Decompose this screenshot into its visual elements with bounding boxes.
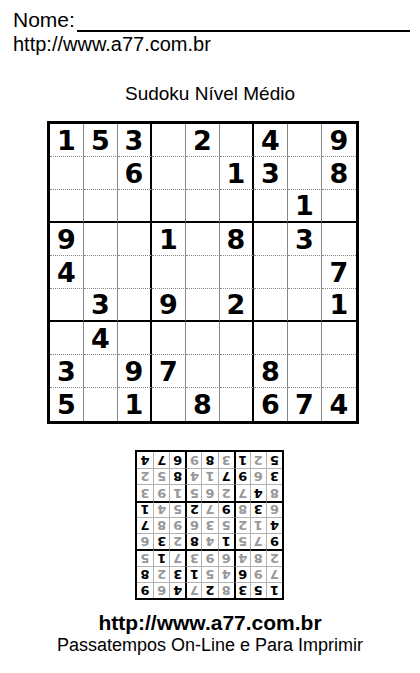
puzzle-cell-r2c3: 6 (118, 157, 152, 190)
puzzle-cell-r7c7 (254, 322, 288, 355)
solution-cell-r4c6: 8 (185, 533, 201, 549)
solution-cell-r8c8: 5 (153, 468, 169, 484)
puzzle-cell-r8c6 (220, 355, 254, 388)
solution-cell-r8c4: 7 (218, 468, 234, 484)
solution-cell-r9c7: 6 (169, 452, 185, 468)
solution-cell-r9c3: 1 (234, 452, 250, 468)
puzzle-cell-r2c9: 8 (322, 157, 356, 190)
solution-cell-r4c2: 7 (250, 533, 266, 549)
solution-cell-r7c1: 8 (266, 484, 282, 500)
solution-cell-r6c4: 9 (218, 501, 234, 517)
solution-cell-r9c1: 5 (266, 452, 282, 468)
solution-cell-r2c5: 5 (201, 566, 217, 582)
solution-cell-r4c5: 4 (201, 533, 217, 549)
puzzle-cell-r7c3 (118, 322, 152, 355)
puzzle-cell-r2c5 (186, 157, 220, 190)
puzzle-cell-r6c4: 9 (152, 289, 186, 322)
puzzle-cell-r6c5 (186, 289, 220, 322)
solution-cell-r3c6: 3 (185, 549, 201, 565)
solution-cell-r2c6: 1 (185, 566, 201, 582)
solution-cell-r2c1: 7 (266, 566, 282, 582)
solution-cell-r2c2: 9 (250, 566, 266, 582)
puzzle-cell-r9c8: 7 (288, 388, 322, 421)
solution-cell-r1c4: 8 (218, 582, 234, 598)
puzzle-cell-r2c7: 3 (254, 157, 288, 190)
solution-cell-r3c1: 2 (266, 549, 282, 565)
solution-cell-r8c1: 3 (266, 468, 282, 484)
puzzle-cell-r8c9 (322, 355, 356, 388)
puzzle-cell-r2c6: 1 (220, 157, 254, 190)
name-fill-line (77, 30, 410, 32)
puzzle-cell-r9c6 (220, 388, 254, 421)
puzzle-cell-r7c8 (288, 322, 322, 355)
puzzle-cell-r8c7: 8 (254, 355, 288, 388)
page-title: Sudoku Nível Médio (0, 83, 420, 105)
puzzle-cell-r7c6 (220, 322, 254, 355)
solution-cell-r3c8: 1 (153, 549, 169, 565)
solution-cell-r2c9: 8 (137, 566, 153, 582)
solution-cell-r1c9: 9 (137, 582, 153, 598)
puzzle-cell-r6c1 (50, 289, 84, 322)
solution-cell-r6c3: 8 (234, 501, 250, 517)
footer-tagline: Passatempos On-Line e Para Imprimir (0, 635, 420, 656)
puzzle-cell-r7c2: 4 (84, 322, 118, 355)
solution-cell-r1c1: 1 (266, 582, 282, 598)
puzzle-cell-r1c8 (288, 124, 322, 157)
solution-cell-r3c4: 6 (218, 549, 234, 565)
solution-cell-r9c5: 8 (201, 452, 217, 468)
solution-cell-r4c8: 3 (153, 533, 169, 549)
solution-cell-r8c7: 8 (169, 468, 185, 484)
puzzle-cell-r8c8 (288, 355, 322, 388)
solution-cell-r7c7: 1 (169, 484, 185, 500)
puzzle-cell-r1c1: 1 (50, 124, 84, 157)
puzzle-cell-r5c5 (186, 256, 220, 289)
solution-cell-r2c4: 4 (218, 566, 234, 582)
puzzle-cell-r4c8: 3 (288, 223, 322, 256)
puzzle-cell-r4c3 (118, 223, 152, 256)
puzzle-cell-r3c9 (322, 190, 356, 223)
puzzle-cell-r3c2 (84, 190, 118, 223)
solution-cell-r5c3: 2 (234, 517, 250, 533)
puzzle-cell-r1c5: 2 (186, 124, 220, 157)
sudoku-puzzle-grid: 15324961381918347392143978518674 (47, 121, 359, 424)
puzzle-cell-r7c1 (50, 322, 84, 355)
puzzle-cell-r3c3 (118, 190, 152, 223)
puzzle-cell-r5c2 (84, 256, 118, 289)
puzzle-cell-r6c9: 1 (322, 289, 356, 322)
puzzle-cell-r8c3: 9 (118, 355, 152, 388)
puzzle-cell-r6c6: 2 (220, 289, 254, 322)
solution-cell-r1c2: 5 (250, 582, 266, 598)
solution-cell-r5c1: 4 (266, 517, 282, 533)
solution-cell-r1c7: 4 (169, 582, 185, 598)
puzzle-cell-r1c6 (220, 124, 254, 157)
solution-cell-r6c7: 5 (169, 501, 185, 517)
solution-cell-r2c7: 3 (169, 566, 185, 582)
puzzle-cell-r4c4: 1 (152, 223, 186, 256)
solution-cell-r7c8: 9 (153, 484, 169, 500)
puzzle-cell-r9c4 (152, 388, 186, 421)
solution-cell-r9c2: 2 (250, 452, 266, 468)
solution-cell-r7c3: 7 (234, 484, 250, 500)
puzzle-cell-r9c3: 1 (118, 388, 152, 421)
solution-cell-r9c6: 9 (185, 452, 201, 468)
puzzle-cell-r5c6 (220, 256, 254, 289)
solution-cell-r5c2: 1 (250, 517, 266, 533)
puzzle-cell-r6c7 (254, 289, 288, 322)
puzzle-cell-r3c7 (254, 190, 288, 223)
footer-site-url: http://www.a77.com.br (0, 611, 420, 635)
solution-cell-r6c5: 7 (201, 501, 217, 517)
solution-cell-r6c6: 2 (185, 501, 201, 517)
puzzle-cell-r7c5 (186, 322, 220, 355)
solution-cell-r1c3: 3 (234, 582, 250, 598)
puzzle-cell-r3c4 (152, 190, 186, 223)
puzzle-cell-r3c1 (50, 190, 84, 223)
puzzle-cell-r4c5 (186, 223, 220, 256)
puzzle-cell-r2c4 (152, 157, 186, 190)
solution-cell-r5c9: 7 (137, 517, 153, 533)
puzzle-cell-r5c1: 4 (50, 256, 84, 289)
puzzle-cell-r9c2 (84, 388, 118, 421)
solution-cell-r6c8: 4 (153, 501, 169, 517)
solution-cell-r8c2: 6 (250, 468, 266, 484)
puzzle-cell-r6c2: 3 (84, 289, 118, 322)
puzzle-cell-r9c1: 5 (50, 388, 84, 421)
puzzle-cell-r2c2 (84, 157, 118, 190)
puzzle-cell-r8c4: 7 (152, 355, 186, 388)
puzzle-cell-r1c2: 5 (84, 124, 118, 157)
solution-cell-r7c5: 6 (201, 484, 217, 500)
name-label: Nome: (13, 8, 75, 32)
puzzle-cell-r1c4 (152, 124, 186, 157)
puzzle-cell-r6c8 (288, 289, 322, 322)
solution-cell-r7c4: 2 (218, 484, 234, 500)
solution-cell-r3c7: 7 (169, 549, 185, 565)
solution-cell-r8c3: 9 (234, 468, 250, 484)
puzzle-cell-r4c1: 9 (50, 223, 84, 256)
puzzle-cell-r3c5 (186, 190, 220, 223)
puzzle-cell-r9c7: 6 (254, 388, 288, 421)
puzzle-cell-r9c5: 8 (186, 388, 220, 421)
puzzle-cell-r7c9 (322, 322, 356, 355)
solution-cell-r2c3: 6 (234, 566, 250, 582)
puzzle-cell-r2c8 (288, 157, 322, 190)
puzzle-cell-r6c3 (118, 289, 152, 322)
puzzle-cell-r4c9 (322, 223, 356, 256)
puzzle-cell-r5c7 (254, 256, 288, 289)
puzzle-cell-r4c2 (84, 223, 118, 256)
solution-cell-r4c9: 6 (137, 533, 153, 549)
solution-cell-r3c5: 9 (201, 549, 217, 565)
printable-sudoku-page: Nome: http://www.a77.com.br Sudoku Nível… (0, 0, 420, 673)
solution-cell-r5c4: 5 (218, 517, 234, 533)
solution-cell-r5c6: 6 (185, 517, 201, 533)
solution-cell-r2c8: 2 (153, 566, 169, 582)
puzzle-cell-r7c4 (152, 322, 186, 355)
puzzle-cell-r1c9: 9 (322, 124, 356, 157)
solution-cell-r7c6: 5 (185, 484, 201, 500)
header-site-url: http://www.a77.com.br (13, 33, 211, 56)
solution-cell-r5c7: 9 (169, 517, 185, 533)
puzzle-cell-r8c1: 3 (50, 355, 84, 388)
puzzle-cell-r4c7 (254, 223, 288, 256)
sudoku-solution-grid-rotated: 1538274697964513282846937159751482364125… (135, 450, 284, 600)
puzzle-cell-r8c2 (84, 355, 118, 388)
puzzle-cell-r9c9: 4 (322, 388, 356, 421)
puzzle-cell-r1c3: 3 (118, 124, 152, 157)
puzzle-cell-r4c6: 8 (220, 223, 254, 256)
solution-cell-r3c3: 4 (234, 549, 250, 565)
solution-cell-r4c3: 5 (234, 533, 250, 549)
solution-cell-r4c7: 2 (169, 533, 185, 549)
solution-cell-r3c9: 5 (137, 549, 153, 565)
solution-cell-r1c8: 6 (153, 582, 169, 598)
solution-cell-r9c4: 3 (218, 452, 234, 468)
puzzle-cell-r1c7: 4 (254, 124, 288, 157)
puzzle-cell-r2c1 (50, 157, 84, 190)
puzzle-cell-r5c9: 7 (322, 256, 356, 289)
solution-cell-r9c9: 4 (137, 452, 153, 468)
solution-cell-r7c9: 3 (137, 484, 153, 500)
puzzle-cell-r5c4 (152, 256, 186, 289)
sudoku-solution-grid: 1538274697964513282846937159751482364125… (137, 452, 282, 598)
solution-cell-r1c6: 7 (185, 582, 201, 598)
solution-cell-r8c9: 2 (137, 468, 153, 484)
solution-cell-r6c1: 6 (266, 501, 282, 517)
solution-cell-r6c9: 1 (137, 501, 153, 517)
solution-cell-r4c4: 1 (218, 533, 234, 549)
solution-cell-r5c8: 8 (153, 517, 169, 533)
solution-cell-r8c5: 1 (201, 468, 217, 484)
solution-cell-r7c2: 4 (250, 484, 266, 500)
solution-cell-r4c1: 9 (266, 533, 282, 549)
solution-cell-r1c5: 2 (201, 582, 217, 598)
puzzle-cell-r5c8 (288, 256, 322, 289)
solution-cell-r3c2: 8 (250, 549, 266, 565)
solution-cell-r9c8: 7 (153, 452, 169, 468)
puzzle-cell-r5c3 (118, 256, 152, 289)
solution-cell-r8c6: 4 (185, 468, 201, 484)
solution-cell-r6c2: 3 (250, 501, 266, 517)
puzzle-cell-r8c5 (186, 355, 220, 388)
puzzle-cell-r3c6 (220, 190, 254, 223)
solution-cell-r5c5: 3 (201, 517, 217, 533)
puzzle-cell-r3c8: 1 (288, 190, 322, 223)
